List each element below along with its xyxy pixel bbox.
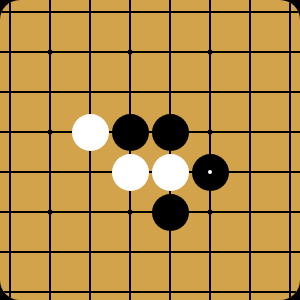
intersection[interactable] bbox=[270, 112, 300, 152]
intersection[interactable] bbox=[30, 72, 70, 112]
intersection[interactable] bbox=[110, 32, 150, 72]
intersection[interactable] bbox=[270, 0, 300, 32]
intersection[interactable] bbox=[30, 112, 70, 152]
intersection[interactable]: ○ bbox=[70, 112, 110, 152]
intersection[interactable] bbox=[190, 72, 230, 112]
intersection[interactable]: ● bbox=[150, 112, 190, 152]
intersection[interactable] bbox=[230, 232, 270, 272]
intersection[interactable] bbox=[70, 72, 110, 112]
intersection[interactable] bbox=[70, 0, 110, 32]
intersection[interactable]: ● bbox=[190, 152, 230, 192]
intersection[interactable] bbox=[230, 72, 270, 112]
intersection[interactable]: ○ bbox=[150, 152, 190, 192]
intersection[interactable] bbox=[0, 0, 30, 32]
intersection[interactable] bbox=[70, 32, 110, 72]
star-point bbox=[128, 50, 133, 55]
black-stone: ● bbox=[152, 114, 189, 151]
intersection[interactable] bbox=[270, 72, 300, 112]
white-stone: ○ bbox=[152, 154, 189, 191]
intersection[interactable] bbox=[30, 152, 70, 192]
intersection[interactable] bbox=[190, 0, 230, 32]
intersection[interactable] bbox=[0, 192, 30, 232]
intersection[interactable] bbox=[110, 192, 150, 232]
intersection[interactable] bbox=[70, 272, 110, 300]
intersection[interactable] bbox=[230, 32, 270, 72]
intersection[interactable] bbox=[270, 192, 300, 232]
star-point bbox=[48, 50, 53, 55]
intersection[interactable] bbox=[110, 0, 150, 32]
intersection[interactable] bbox=[230, 112, 270, 152]
intersection[interactable] bbox=[30, 32, 70, 72]
intersection[interactable] bbox=[270, 32, 300, 72]
intersection[interactable] bbox=[150, 0, 190, 32]
intersection[interactable] bbox=[0, 232, 30, 272]
intersection[interactable] bbox=[70, 192, 110, 232]
intersection[interactable] bbox=[30, 232, 70, 272]
intersection[interactable] bbox=[110, 232, 150, 272]
intersection[interactable] bbox=[70, 152, 110, 192]
star-point bbox=[48, 130, 53, 135]
intersection[interactable] bbox=[0, 32, 30, 72]
intersection[interactable] bbox=[30, 272, 70, 300]
intersection[interactable] bbox=[30, 0, 70, 32]
intersection[interactable] bbox=[230, 0, 270, 32]
intersection[interactable] bbox=[150, 272, 190, 300]
intersection[interactable] bbox=[190, 272, 230, 300]
go-board[interactable]: ○●●○○●● bbox=[0, 0, 300, 300]
intersection[interactable]: ○ bbox=[110, 152, 150, 192]
intersection[interactable] bbox=[230, 152, 270, 192]
intersection[interactable] bbox=[30, 192, 70, 232]
intersection[interactable] bbox=[190, 32, 230, 72]
last-move-marker bbox=[208, 170, 212, 174]
black-stone: ● bbox=[192, 154, 229, 191]
intersection[interactable] bbox=[230, 192, 270, 232]
intersection[interactable] bbox=[0, 72, 30, 112]
white-stone: ○ bbox=[72, 114, 109, 151]
black-stone: ● bbox=[112, 114, 149, 151]
intersection[interactable] bbox=[70, 232, 110, 272]
star-point bbox=[208, 210, 213, 215]
white-stone: ○ bbox=[112, 154, 149, 191]
intersection[interactable] bbox=[0, 152, 30, 192]
intersection[interactable]: ● bbox=[150, 192, 190, 232]
intersection[interactable] bbox=[110, 272, 150, 300]
black-stone: ● bbox=[152, 194, 189, 231]
star-point bbox=[128, 210, 133, 215]
intersection[interactable] bbox=[190, 232, 230, 272]
go-app-screenshot: ○●●○○●● bbox=[0, 0, 300, 300]
intersection[interactable] bbox=[230, 272, 270, 300]
intersection-grid: ○●●○○●● bbox=[0, 0, 300, 300]
intersection[interactable] bbox=[110, 72, 150, 112]
intersection[interactable] bbox=[190, 112, 230, 152]
intersection[interactable] bbox=[0, 112, 30, 152]
intersection[interactable] bbox=[270, 152, 300, 192]
intersection[interactable] bbox=[150, 32, 190, 72]
intersection[interactable] bbox=[150, 232, 190, 272]
star-point bbox=[208, 130, 213, 135]
intersection[interactable] bbox=[270, 232, 300, 272]
star-point bbox=[208, 50, 213, 55]
star-point bbox=[48, 210, 53, 215]
intersection[interactable] bbox=[150, 72, 190, 112]
intersection[interactable] bbox=[270, 272, 300, 300]
intersection[interactable] bbox=[190, 192, 230, 232]
intersection[interactable] bbox=[0, 272, 30, 300]
intersection[interactable]: ● bbox=[110, 112, 150, 152]
